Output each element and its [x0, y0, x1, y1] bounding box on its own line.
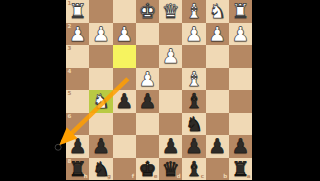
square-h7[interactable]: 7♟ — [66, 135, 89, 158]
black-rook-piece: ♜ — [231, 158, 249, 178]
black-pawn-piece: ♟ — [231, 136, 249, 156]
square-b1[interactable]: ♞ — [206, 0, 229, 23]
square-a7[interactable]: ♟ — [229, 135, 252, 158]
black-pawn-piece: ♟ — [185, 136, 203, 156]
square-a3[interactable] — [229, 45, 252, 68]
square-h3[interactable]: 3 — [66, 45, 89, 68]
black-bishop-piece: ♝ — [185, 158, 203, 178]
square-c8[interactable]: c♝ — [182, 158, 205, 181]
white-bishop-piece: ♝ — [185, 68, 203, 88]
square-d3[interactable]: ♟ — [159, 45, 182, 68]
square-f4[interactable] — [113, 68, 136, 91]
square-a1[interactable]: ♜ — [229, 0, 252, 23]
square-b7[interactable]: ♟ — [206, 135, 229, 158]
white-pawn-piece: ♟ — [162, 46, 180, 66]
white-queen-piece: ♛ — [162, 1, 180, 21]
black-knight-piece: ♞ — [92, 158, 110, 178]
white-king-piece: ♚ — [138, 1, 156, 21]
square-h5[interactable]: 5 — [66, 90, 89, 113]
square-b2[interactable]: ♟ — [206, 23, 229, 46]
black-pawn-piece: ♟ — [208, 136, 226, 156]
square-b5[interactable] — [206, 90, 229, 113]
square-b8[interactable]: b — [206, 158, 229, 181]
file-label-e: e — [154, 174, 158, 180]
square-c7[interactable]: ♟ — [182, 135, 205, 158]
file-label-f: f — [132, 174, 134, 180]
white-rook-piece: ♜ — [231, 1, 249, 21]
black-queen-piece: ♛ — [162, 158, 180, 178]
square-c6[interactable]: ♞ — [182, 113, 205, 136]
square-g8[interactable]: g♞ — [89, 158, 112, 181]
white-pawn-piece: ♟ — [208, 23, 226, 43]
file-label-d: d — [177, 174, 181, 180]
square-d2[interactable] — [159, 23, 182, 46]
black-bishop-piece: ♝ — [185, 91, 203, 111]
black-pawn-piece: ♟ — [115, 91, 133, 111]
square-f5[interactable]: ♟ — [113, 90, 136, 113]
square-a6[interactable] — [229, 113, 252, 136]
square-d6[interactable] — [159, 113, 182, 136]
square-e4[interactable]: ♟ — [136, 68, 159, 91]
black-pawn-piece: ♟ — [69, 136, 87, 156]
file-label-g: g — [107, 174, 111, 180]
letterbox-left — [0, 0, 66, 180]
white-knight-piece: ♞ — [208, 1, 226, 21]
rank-label-7: 7 — [68, 136, 72, 142]
square-b4[interactable] — [206, 68, 229, 91]
square-g1[interactable] — [89, 0, 112, 23]
black-pawn-piece: ♟ — [92, 136, 110, 156]
square-g5[interactable]: ♞ — [89, 90, 112, 113]
rank-label-2: 2 — [68, 24, 72, 30]
rank-label-8: 8 — [68, 159, 72, 165]
white-pawn-piece: ♟ — [185, 23, 203, 43]
square-f8[interactable]: f — [113, 158, 136, 181]
black-rook-piece: ♜ — [69, 158, 87, 178]
square-h6[interactable]: 6 — [66, 113, 89, 136]
white-pawn-piece: ♟ — [115, 23, 133, 43]
file-label-c: c — [201, 174, 204, 180]
square-e8[interactable]: e♚ — [136, 158, 159, 181]
square-b3[interactable] — [206, 45, 229, 68]
file-label-h: h — [84, 174, 88, 180]
square-c2[interactable]: ♟ — [182, 23, 205, 46]
square-c5[interactable]: ♝ — [182, 90, 205, 113]
square-d8[interactable]: d♛ — [159, 158, 182, 181]
file-label-a: a — [247, 174, 251, 180]
square-d5[interactable] — [159, 90, 182, 113]
square-c4[interactable]: ♝ — [182, 68, 205, 91]
black-pawn-piece: ♟ — [138, 91, 156, 111]
square-g2[interactable]: ♟ — [89, 23, 112, 46]
letterbox-right — [252, 0, 320, 180]
square-c1[interactable]: ♝ — [182, 0, 205, 23]
square-a4[interactable] — [229, 68, 252, 91]
white-pawn-piece: ♟ — [138, 68, 156, 88]
square-h2[interactable]: 2♟ — [66, 23, 89, 46]
white-pawn-piece: ♟ — [231, 23, 249, 43]
square-b6[interactable] — [206, 113, 229, 136]
rank-label-3: 3 — [68, 46, 72, 52]
square-e1[interactable]: ♚ — [136, 0, 159, 23]
file-label-b: b — [223, 174, 227, 180]
square-f2[interactable]: ♟ — [113, 23, 136, 46]
square-d7[interactable]: ♟ — [159, 135, 182, 158]
white-bishop-piece: ♝ — [185, 1, 203, 21]
white-pawn-piece: ♟ — [69, 23, 87, 43]
black-pawn-piece: ♟ — [162, 136, 180, 156]
square-g3[interactable] — [89, 45, 112, 68]
rank-label-1: 1 — [68, 1, 72, 7]
square-d1[interactable]: ♛ — [159, 0, 182, 23]
square-e5[interactable]: ♟ — [136, 90, 159, 113]
square-f6[interactable] — [113, 113, 136, 136]
white-rook-piece: ♜ — [69, 1, 87, 21]
square-f7[interactable] — [113, 135, 136, 158]
square-g6[interactable] — [89, 113, 112, 136]
square-e3[interactable] — [136, 45, 159, 68]
chess-board: 1♜♚♛♝♞♜2♟♟♟♟♟♟3♟4♟♝5♞♟♟♝6♞7♟♟♟♟♟♟8h♜g♞fe… — [66, 0, 252, 180]
square-a8[interactable]: a♜ — [229, 158, 252, 181]
square-g7[interactable]: ♟ — [89, 135, 112, 158]
white-pawn-piece: ♟ — [92, 23, 110, 43]
rank-label-6: 6 — [68, 114, 72, 120]
square-c3[interactable] — [182, 45, 205, 68]
square-f3[interactable] — [113, 45, 136, 68]
square-e2[interactable] — [136, 23, 159, 46]
black-knight-piece: ♞ — [185, 113, 203, 133]
square-h8[interactable]: 8h♜ — [66, 158, 89, 181]
rank-label-4: 4 — [68, 69, 72, 75]
square-e6[interactable] — [136, 113, 159, 136]
square-d4[interactable] — [159, 68, 182, 91]
white-knight-piece: ♞ — [92, 91, 110, 111]
square-g4[interactable] — [89, 68, 112, 91]
square-f1[interactable] — [113, 0, 136, 23]
black-king-piece: ♚ — [138, 158, 156, 178]
square-a2[interactable]: ♟ — [229, 23, 252, 46]
rank-label-5: 5 — [68, 91, 72, 97]
square-h1[interactable]: 1♜ — [66, 0, 89, 23]
square-e7[interactable] — [136, 135, 159, 158]
square-h4[interactable]: 4 — [66, 68, 89, 91]
square-a5[interactable] — [229, 90, 252, 113]
